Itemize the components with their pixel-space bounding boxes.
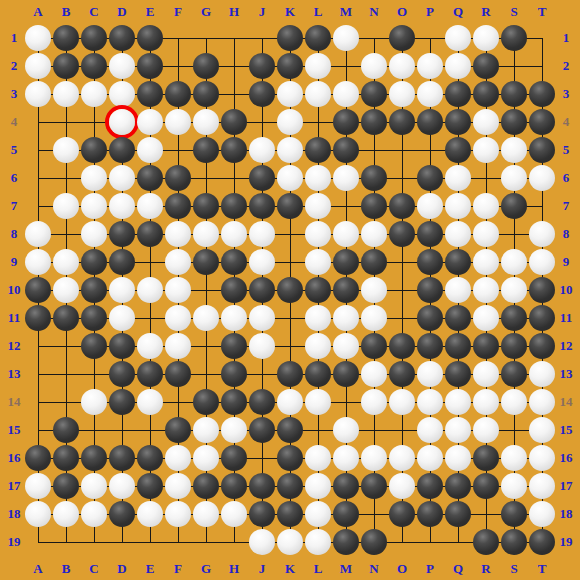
stone-black	[221, 445, 247, 471]
row-label-10: 10	[552, 282, 580, 298]
stone-white	[277, 165, 303, 191]
stone-black	[193, 389, 219, 415]
stone-black	[501, 501, 527, 527]
stone-black	[25, 445, 51, 471]
stone-black	[277, 25, 303, 51]
stone-black	[445, 109, 471, 135]
stone-black	[109, 25, 135, 51]
row-label-15: 15	[0, 422, 28, 438]
stone-white	[333, 333, 359, 359]
stone-black	[249, 501, 275, 527]
stone-white	[333, 81, 359, 107]
column-label-L: L	[304, 4, 332, 20]
stone-white	[333, 445, 359, 471]
stone-black	[25, 277, 51, 303]
row-label-15: 15	[552, 422, 580, 438]
stone-white	[473, 305, 499, 331]
stone-white	[529, 389, 555, 415]
stone-white	[109, 277, 135, 303]
row-label-2: 2	[0, 58, 28, 74]
row-label-11: 11	[0, 310, 28, 326]
stone-black	[417, 305, 443, 331]
stone-black	[221, 193, 247, 219]
stone-white	[277, 389, 303, 415]
stone-black	[277, 417, 303, 443]
stone-black	[417, 277, 443, 303]
column-label-D: D	[108, 4, 136, 20]
row-label-8: 8	[552, 226, 580, 242]
stone-white	[137, 333, 163, 359]
stone-white	[361, 389, 387, 415]
row-label-6: 6	[0, 170, 28, 186]
stone-white	[361, 277, 387, 303]
stone-black	[249, 389, 275, 415]
column-label-R: R	[472, 561, 500, 577]
stone-black	[137, 25, 163, 51]
stone-black	[165, 193, 191, 219]
stone-black	[445, 137, 471, 163]
stone-black	[501, 193, 527, 219]
stone-black	[137, 473, 163, 499]
stone-white	[333, 305, 359, 331]
stone-black	[81, 333, 107, 359]
stone-black	[389, 193, 415, 219]
stone-black	[137, 361, 163, 387]
stone-white	[53, 249, 79, 275]
column-label-G: G	[192, 561, 220, 577]
stone-white	[249, 333, 275, 359]
stone-black	[165, 417, 191, 443]
stone-black	[165, 81, 191, 107]
stone-white	[193, 501, 219, 527]
stone-white	[417, 53, 443, 79]
stone-black	[277, 53, 303, 79]
stone-white	[389, 389, 415, 415]
row-label-1: 1	[0, 30, 28, 46]
row-label-13: 13	[552, 366, 580, 382]
stone-white	[389, 473, 415, 499]
column-label-T: T	[528, 561, 556, 577]
stone-black	[249, 277, 275, 303]
stone-white	[221, 417, 247, 443]
stone-black	[333, 137, 359, 163]
stone-black	[501, 25, 527, 51]
stone-black	[417, 501, 443, 527]
stone-black	[277, 445, 303, 471]
stone-white	[361, 445, 387, 471]
column-label-P: P	[416, 561, 444, 577]
stone-white	[501, 389, 527, 415]
row-label-2: 2	[552, 58, 580, 74]
stone-black	[249, 81, 275, 107]
stone-white	[81, 165, 107, 191]
stone-white	[193, 221, 219, 247]
stone-white	[361, 221, 387, 247]
stone-white	[165, 333, 191, 359]
stone-black	[361, 473, 387, 499]
stone-black	[109, 445, 135, 471]
stone-black	[333, 361, 359, 387]
stone-white	[25, 501, 51, 527]
stone-black	[25, 305, 51, 331]
stone-white	[249, 221, 275, 247]
stone-black	[473, 81, 499, 107]
stone-black	[389, 501, 415, 527]
stone-white	[249, 137, 275, 163]
column-label-K: K	[276, 4, 304, 20]
row-label-5: 5	[552, 142, 580, 158]
stone-black	[249, 473, 275, 499]
stone-white	[445, 277, 471, 303]
stone-black	[473, 53, 499, 79]
stone-black	[109, 361, 135, 387]
stone-white	[277, 137, 303, 163]
column-label-D: D	[108, 561, 136, 577]
stone-white	[305, 529, 331, 555]
column-label-F: F	[164, 4, 192, 20]
last-move-marker	[109, 109, 135, 135]
stone-black	[221, 137, 247, 163]
stone-black	[53, 25, 79, 51]
stone-black	[361, 109, 387, 135]
row-label-9: 9	[552, 254, 580, 270]
column-label-H: H	[220, 4, 248, 20]
stone-black	[193, 193, 219, 219]
row-label-4: 4	[0, 114, 28, 130]
column-label-O: O	[388, 4, 416, 20]
stone-black	[109, 137, 135, 163]
stone-white	[109, 193, 135, 219]
stone-white	[25, 221, 51, 247]
column-label-C: C	[80, 4, 108, 20]
stone-white	[361, 361, 387, 387]
column-label-J: J	[248, 4, 276, 20]
stone-white	[193, 109, 219, 135]
stone-black	[501, 109, 527, 135]
stone-black	[81, 445, 107, 471]
stone-black	[109, 249, 135, 275]
stone-white	[53, 277, 79, 303]
stone-white	[417, 445, 443, 471]
stone-white	[221, 305, 247, 331]
stone-black	[277, 361, 303, 387]
stone-white	[389, 445, 415, 471]
stone-black	[165, 361, 191, 387]
stone-white	[529, 361, 555, 387]
stone-black	[529, 529, 555, 555]
stone-black	[473, 445, 499, 471]
stone-white	[305, 501, 331, 527]
stone-white	[137, 137, 163, 163]
stone-white	[53, 193, 79, 219]
column-label-L: L	[304, 561, 332, 577]
stone-white	[53, 501, 79, 527]
stone-white	[473, 109, 499, 135]
stone-white	[529, 445, 555, 471]
stone-black	[193, 81, 219, 107]
stone-black	[193, 137, 219, 163]
stone-black	[361, 165, 387, 191]
stone-white	[445, 417, 471, 443]
stone-white	[81, 221, 107, 247]
stone-black	[221, 109, 247, 135]
stone-black	[417, 473, 443, 499]
column-label-B: B	[52, 561, 80, 577]
stone-white	[277, 81, 303, 107]
column-label-A: A	[24, 4, 52, 20]
stone-white	[305, 389, 331, 415]
stone-white	[249, 249, 275, 275]
stone-white	[445, 165, 471, 191]
stone-white	[305, 53, 331, 79]
row-label-14: 14	[0, 394, 28, 410]
stone-black	[81, 277, 107, 303]
stone-white	[109, 165, 135, 191]
stone-white	[221, 221, 247, 247]
stone-white	[193, 417, 219, 443]
stone-white	[529, 249, 555, 275]
stone-white	[137, 109, 163, 135]
stone-white	[109, 473, 135, 499]
stone-white	[473, 193, 499, 219]
stone-white	[165, 221, 191, 247]
column-label-F: F	[164, 561, 192, 577]
stone-black	[305, 25, 331, 51]
stone-black	[109, 501, 135, 527]
column-label-G: G	[192, 4, 220, 20]
stone-white	[193, 305, 219, 331]
stone-black	[529, 277, 555, 303]
column-label-N: N	[360, 4, 388, 20]
row-label-17: 17	[0, 478, 28, 494]
stone-white	[333, 417, 359, 443]
stone-white	[445, 53, 471, 79]
stone-black	[529, 305, 555, 331]
stone-black	[417, 165, 443, 191]
stone-white	[25, 473, 51, 499]
stone-white	[305, 473, 331, 499]
stone-black	[109, 221, 135, 247]
stone-white	[53, 81, 79, 107]
stone-white	[165, 249, 191, 275]
stone-black	[137, 53, 163, 79]
stone-black	[277, 501, 303, 527]
stone-white	[445, 445, 471, 471]
stone-white	[361, 305, 387, 331]
stone-white	[501, 165, 527, 191]
stone-white	[305, 333, 331, 359]
stone-white	[165, 305, 191, 331]
stone-black	[333, 501, 359, 527]
stone-white	[529, 501, 555, 527]
stone-white	[109, 53, 135, 79]
stone-black	[333, 529, 359, 555]
stone-black	[277, 193, 303, 219]
stone-black	[417, 333, 443, 359]
stone-white	[445, 25, 471, 51]
stone-black	[389, 109, 415, 135]
stone-black	[445, 473, 471, 499]
stone-black	[529, 81, 555, 107]
stone-black	[305, 361, 331, 387]
stone-white	[109, 81, 135, 107]
row-label-8: 8	[0, 226, 28, 242]
row-label-3: 3	[552, 86, 580, 102]
stone-white	[305, 193, 331, 219]
stone-black	[361, 249, 387, 275]
stone-black	[221, 249, 247, 275]
column-label-J: J	[248, 561, 276, 577]
stone-white	[137, 501, 163, 527]
column-label-M: M	[332, 561, 360, 577]
stone-black	[81, 53, 107, 79]
stone-white	[501, 445, 527, 471]
stone-black	[277, 277, 303, 303]
stone-white	[473, 25, 499, 51]
stone-white	[25, 25, 51, 51]
row-label-7: 7	[0, 198, 28, 214]
stone-black	[305, 277, 331, 303]
row-label-12: 12	[552, 338, 580, 354]
stone-black	[81, 137, 107, 163]
stone-black	[445, 333, 471, 359]
stone-black	[277, 473, 303, 499]
stone-white	[277, 109, 303, 135]
stone-white	[529, 165, 555, 191]
stone-white	[81, 81, 107, 107]
row-label-4: 4	[552, 114, 580, 130]
stone-white	[165, 445, 191, 471]
stone-white	[417, 81, 443, 107]
column-label-M: M	[332, 4, 360, 20]
column-label-H: H	[220, 561, 248, 577]
stone-white	[165, 109, 191, 135]
stone-white	[305, 165, 331, 191]
column-label-S: S	[500, 561, 528, 577]
stone-white	[529, 473, 555, 499]
row-label-18: 18	[552, 506, 580, 522]
stone-black	[501, 361, 527, 387]
stone-black	[137, 445, 163, 471]
stone-white	[473, 277, 499, 303]
stone-white	[165, 277, 191, 303]
stone-white	[389, 53, 415, 79]
row-label-14: 14	[552, 394, 580, 410]
go-board[interactable]: ABCDEFGHJKLMNOPQRST ABCDEFGHJKLMNOPQRST …	[0, 0, 580, 580]
stone-white	[193, 445, 219, 471]
stone-black	[165, 165, 191, 191]
column-label-S: S	[500, 4, 528, 20]
stone-white	[25, 53, 51, 79]
stone-black	[445, 305, 471, 331]
stone-black	[473, 529, 499, 555]
stone-black	[529, 137, 555, 163]
stone-white	[361, 53, 387, 79]
stone-white	[333, 25, 359, 51]
column-label-T: T	[528, 4, 556, 20]
stone-black	[193, 249, 219, 275]
stone-white	[333, 221, 359, 247]
column-label-N: N	[360, 561, 388, 577]
stone-black	[417, 249, 443, 275]
stone-white	[473, 249, 499, 275]
row-label-19: 19	[552, 534, 580, 550]
stone-black	[389, 221, 415, 247]
stone-white	[333, 165, 359, 191]
stone-black	[389, 361, 415, 387]
row-label-18: 18	[0, 506, 28, 522]
stone-white	[165, 473, 191, 499]
stone-white	[305, 249, 331, 275]
stone-white	[305, 445, 331, 471]
stone-black	[109, 333, 135, 359]
stone-black	[473, 473, 499, 499]
stone-black	[445, 361, 471, 387]
stone-white	[473, 361, 499, 387]
stone-black	[361, 333, 387, 359]
stone-white	[53, 137, 79, 163]
stone-white	[417, 417, 443, 443]
row-label-6: 6	[552, 170, 580, 186]
row-label-5: 5	[0, 142, 28, 158]
stone-black	[417, 109, 443, 135]
stone-black	[501, 305, 527, 331]
row-label-17: 17	[552, 478, 580, 494]
stone-black	[137, 221, 163, 247]
stone-white	[81, 473, 107, 499]
stone-white	[305, 81, 331, 107]
stone-black	[249, 193, 275, 219]
stone-white	[81, 501, 107, 527]
stone-white	[109, 305, 135, 331]
stone-black	[445, 249, 471, 275]
stone-white	[501, 473, 527, 499]
stone-white	[137, 193, 163, 219]
stone-white	[445, 389, 471, 415]
stone-black	[137, 81, 163, 107]
row-label-11: 11	[552, 310, 580, 326]
stone-white	[81, 389, 107, 415]
column-label-R: R	[472, 4, 500, 20]
stone-white	[473, 137, 499, 163]
stone-black	[221, 333, 247, 359]
stone-white	[501, 137, 527, 163]
stone-black	[305, 137, 331, 163]
stone-black	[361, 193, 387, 219]
stone-black	[501, 333, 527, 359]
stone-black	[501, 529, 527, 555]
stone-black	[221, 473, 247, 499]
stone-white	[305, 305, 331, 331]
stone-white	[221, 501, 247, 527]
stone-black	[249, 417, 275, 443]
column-label-O: O	[388, 561, 416, 577]
stone-white	[501, 249, 527, 275]
column-label-A: A	[24, 561, 52, 577]
stone-black	[445, 501, 471, 527]
stone-black	[249, 53, 275, 79]
stone-black	[53, 417, 79, 443]
column-label-E: E	[136, 4, 164, 20]
stone-black	[389, 333, 415, 359]
stone-black	[53, 445, 79, 471]
stone-white	[445, 221, 471, 247]
stone-white	[165, 501, 191, 527]
row-label-1: 1	[552, 30, 580, 46]
stone-black	[137, 165, 163, 191]
stone-white	[417, 361, 443, 387]
row-label-16: 16	[0, 450, 28, 466]
